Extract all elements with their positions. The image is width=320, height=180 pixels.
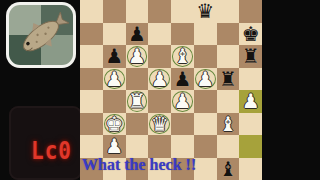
square-b2[interactable]: ♟ xyxy=(103,135,126,158)
square-e6[interactable]: ♝ xyxy=(171,45,194,68)
square-e7[interactable] xyxy=(171,23,194,46)
square-b3[interactable]: ♚ xyxy=(103,113,126,136)
square-d2[interactable] xyxy=(148,135,171,158)
square-f7[interactable] xyxy=(194,23,217,46)
square-g6[interactable] xyxy=(217,45,240,68)
square-b8[interactable] xyxy=(103,0,126,23)
square-a7[interactable] xyxy=(80,23,103,46)
square-b5[interactable]: ♟ xyxy=(103,68,126,91)
square-g3[interactable]: ♝ xyxy=(217,113,240,136)
square-f6[interactable] xyxy=(194,45,217,68)
square-b4[interactable] xyxy=(103,90,126,113)
fish-icon xyxy=(9,5,73,65)
square-h2[interactable] xyxy=(239,135,262,158)
square-a8[interactable] xyxy=(80,0,103,23)
square-d7[interactable] xyxy=(148,23,171,46)
square-g4[interactable] xyxy=(217,90,240,113)
white-bishop-g3[interactable]: ♝ xyxy=(217,113,240,136)
black-pawn-e5[interactable]: ♟ xyxy=(171,68,194,91)
white-pawn-c6[interactable]: ♟ xyxy=(126,45,149,68)
square-e8[interactable] xyxy=(171,0,194,23)
clock-led-display: Lc0 xyxy=(31,137,72,165)
square-e2[interactable] xyxy=(171,135,194,158)
square-h7[interactable]: ♚ xyxy=(239,23,262,46)
square-e3[interactable] xyxy=(171,113,194,136)
square-g7[interactable] xyxy=(217,23,240,46)
square-a3[interactable] xyxy=(80,113,103,136)
square-c3[interactable] xyxy=(126,113,149,136)
square-e4[interactable]: ♟ xyxy=(171,90,194,113)
square-e5[interactable]: ♟ xyxy=(171,68,194,91)
square-h5[interactable] xyxy=(239,68,262,91)
white-pawn-h4[interactable]: ♟ xyxy=(239,90,262,113)
square-h8[interactable] xyxy=(239,0,262,23)
square-c8[interactable] xyxy=(126,0,149,23)
black-pawn-b6[interactable]: ♟ xyxy=(103,45,126,68)
digital-clock: Lc0 xyxy=(9,106,82,180)
black-pawn-c7[interactable]: ♟ xyxy=(126,23,149,46)
white-rook-c4[interactable]: ♜ xyxy=(126,90,149,113)
white-pawn-b5[interactable]: ♟ xyxy=(103,68,126,91)
chess-board[interactable]: ♛♟♚♟♟♝♜♟♟♟♟♜♜♟♟♚♛♝♟♝ xyxy=(80,0,262,180)
square-f2[interactable] xyxy=(194,135,217,158)
black-rook-g5[interactable]: ♜ xyxy=(217,68,240,91)
white-pawn-f5[interactable]: ♟ xyxy=(194,68,217,91)
square-d4[interactable] xyxy=(148,90,171,113)
square-d3[interactable]: ♛ xyxy=(148,113,171,136)
white-king-b3[interactable]: ♚ xyxy=(103,113,126,136)
square-h3[interactable] xyxy=(239,113,262,136)
white-pawn-b2[interactable]: ♟ xyxy=(103,135,126,158)
black-rook-h6[interactable]: ♜ xyxy=(239,45,262,68)
caption-text: What the heck !! xyxy=(82,156,262,174)
square-h6[interactable]: ♜ xyxy=(239,45,262,68)
square-h4[interactable]: ♟ xyxy=(239,90,262,113)
square-g2[interactable] xyxy=(217,135,240,158)
square-c4[interactable]: ♜ xyxy=(126,90,149,113)
square-g8[interactable] xyxy=(217,0,240,23)
black-king-h7[interactable]: ♚ xyxy=(239,23,262,46)
square-c5[interactable] xyxy=(126,68,149,91)
square-a6[interactable] xyxy=(80,45,103,68)
square-f8[interactable]: ♛ xyxy=(194,0,217,23)
white-queen-d3[interactable]: ♛ xyxy=(148,113,171,136)
black-queen-f8[interactable]: ♛ xyxy=(194,0,217,23)
square-b7[interactable] xyxy=(103,23,126,46)
white-pawn-e4[interactable]: ♟ xyxy=(171,90,194,113)
white-pawn-d5[interactable]: ♟ xyxy=(148,68,171,91)
square-a4[interactable] xyxy=(80,90,103,113)
square-f5[interactable]: ♟ xyxy=(194,68,217,91)
square-a2[interactable] xyxy=(80,135,103,158)
square-d6[interactable] xyxy=(148,45,171,68)
square-a5[interactable] xyxy=(80,68,103,91)
square-c2[interactable] xyxy=(126,135,149,158)
square-d5[interactable]: ♟ xyxy=(148,68,171,91)
stockfish-thumbnail-frame xyxy=(6,2,76,68)
square-c7[interactable]: ♟ xyxy=(126,23,149,46)
square-g5[interactable]: ♜ xyxy=(217,68,240,91)
white-bishop-e6[interactable]: ♝ xyxy=(171,45,194,68)
square-c6[interactable]: ♟ xyxy=(126,45,149,68)
video-thumbnail-stage: Lc0 ♛♟♚♟♟♝♜♟♟♟♟♜♜♟♟♚♛♝♟♝ What the heck !… xyxy=(0,0,320,180)
fish-photo xyxy=(9,5,73,65)
square-d8[interactable] xyxy=(148,0,171,23)
square-b6[interactable]: ♟ xyxy=(103,45,126,68)
square-f4[interactable] xyxy=(194,90,217,113)
square-f3[interactable] xyxy=(194,113,217,136)
